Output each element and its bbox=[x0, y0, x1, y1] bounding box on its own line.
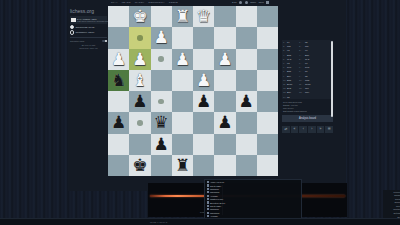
menu-button[interactable]: ☰ bbox=[325, 126, 333, 133]
sidebar: lichess.org 5+0 • Casual • Blitz Last mo… bbox=[70, 8, 107, 49]
menu-item-icon bbox=[207, 205, 209, 207]
chat-line-1: Be nice in chat bbox=[70, 44, 107, 46]
taskbar[interactable]: 00:02.4 / 00:04.1 bbox=[0, 218, 400, 225]
menu-item-icon bbox=[207, 195, 209, 197]
menu-item-icon bbox=[207, 184, 209, 186]
square-r5c1[interactable] bbox=[108, 91, 129, 112]
square-r3c4[interactable]: ♟ bbox=[172, 49, 193, 70]
square-r6c2[interactable] bbox=[129, 112, 150, 133]
first-move-button[interactable]: « bbox=[291, 126, 299, 133]
square-r5c4[interactable] bbox=[172, 91, 193, 112]
menu-item-icon bbox=[207, 191, 209, 193]
move-dest-dot[interactable] bbox=[137, 35, 143, 41]
square-r2c2[interactable] bbox=[129, 27, 150, 48]
black-move[interactable]: g5 bbox=[305, 75, 317, 77]
sidebar-divider bbox=[70, 37, 107, 38]
black-move[interactable]: c6 bbox=[305, 62, 317, 64]
square-r6c5[interactable] bbox=[193, 112, 214, 133]
menu-item-icon bbox=[207, 201, 209, 203]
black-knight[interactable]: ♞ bbox=[111, 70, 126, 91]
black-rook[interactable]: ♜ bbox=[175, 155, 190, 176]
white-pawn[interactable]: ♟ bbox=[175, 49, 190, 70]
square-r3c8[interactable] bbox=[257, 49, 278, 70]
white-king[interactable]: ♚ bbox=[132, 6, 147, 27]
square-r2c4[interactable] bbox=[172, 27, 193, 48]
menu-item-play[interactable]: PLAY bbox=[111, 1, 118, 4]
square-r5c6[interactable] bbox=[214, 91, 235, 112]
rating-badge: 1507 bbox=[259, 1, 264, 4]
black-move[interactable]: Nh4 bbox=[305, 91, 317, 93]
move-dest-dot[interactable] bbox=[137, 120, 143, 126]
square-r5c2[interactable]: ♟ bbox=[129, 91, 150, 112]
black-pawn[interactable]: ♟ bbox=[154, 134, 169, 155]
square-r1c4[interactable]: ♜ bbox=[172, 6, 193, 27]
square-r3c1[interactable]: ♟ bbox=[108, 49, 129, 70]
square-r6c7[interactable] bbox=[236, 112, 257, 133]
logo-tld: .org bbox=[85, 8, 94, 14]
chat-line-2: Good luck, have fun bbox=[70, 47, 107, 49]
square-r1c3[interactable] bbox=[151, 6, 172, 27]
square-r4c8[interactable] bbox=[257, 70, 278, 91]
white-pawn[interactable]: ♟ bbox=[217, 49, 232, 70]
black-pawn[interactable]: ♟ bbox=[239, 91, 254, 112]
menu-item-learn[interactable]: LEARN bbox=[122, 1, 131, 4]
square-r8c5[interactable] bbox=[193, 155, 214, 176]
black-move[interactable]: O-O bbox=[305, 58, 317, 60]
ping-time: 2:17 bbox=[232, 1, 237, 4]
square-r1c1[interactable] bbox=[108, 6, 129, 27]
square-r4c4[interactable] bbox=[172, 70, 193, 91]
square-r8c8[interactable] bbox=[257, 155, 278, 176]
black-move[interactable]: Qf6 bbox=[305, 87, 317, 89]
square-r6c4[interactable] bbox=[172, 112, 193, 133]
white-bishop[interactable]: ♝ bbox=[132, 70, 147, 91]
square-r6c6[interactable]: ♟ bbox=[214, 112, 235, 133]
white-pawn[interactable]: ♟ bbox=[132, 49, 147, 70]
square-r7c3[interactable]: ♟ bbox=[151, 134, 172, 155]
square-r7c7[interactable] bbox=[236, 134, 257, 155]
white-queen[interactable]: ♛ bbox=[196, 6, 211, 27]
desktop: PLAYLEARNWATCHCOMMUNITYTOOLS 2:17 wmur 1… bbox=[0, 0, 400, 225]
square-r7c1[interactable] bbox=[108, 134, 129, 155]
speaker-icon[interactable] bbox=[245, 1, 248, 4]
next-move-button[interactable]: › bbox=[308, 126, 316, 133]
lichess-logo[interactable]: lichess.org bbox=[70, 8, 107, 14]
menu-item-icon bbox=[207, 208, 209, 210]
black-king[interactable]: ♚ bbox=[132, 155, 147, 176]
square-r4c3[interactable] bbox=[151, 70, 172, 91]
move-nav-row: ⇄«‹›»☰ bbox=[282, 126, 333, 133]
white-move[interactable]: Nf3 bbox=[287, 45, 299, 47]
square-r2c6[interactable] bbox=[214, 27, 235, 48]
white-move[interactable]: O-O bbox=[287, 58, 299, 60]
square-r5c7[interactable]: ♟ bbox=[236, 91, 257, 112]
menu-item-icon bbox=[207, 212, 209, 214]
square-r5c3[interactable] bbox=[151, 91, 172, 112]
square-r8c2[interactable]: ♚ bbox=[129, 155, 150, 176]
move-dest-dot[interactable] bbox=[158, 56, 164, 62]
square-r7c5[interactable] bbox=[193, 134, 214, 155]
square-r2c3[interactable]: ♟ bbox=[151, 27, 172, 48]
white-move[interactable]: Bg5 bbox=[287, 70, 299, 72]
game-meta-box: 5+0 • Casual • Blitz Last move played 14… bbox=[70, 16, 107, 24]
black-pawn[interactable]: ♟ bbox=[132, 91, 147, 112]
menu-item-tools[interactable]: TOOLS bbox=[169, 1, 178, 4]
square-r6c1[interactable]: ♟ bbox=[108, 112, 129, 133]
black-move[interactable]: e6 bbox=[305, 49, 317, 51]
black-pawn[interactable]: ♟ bbox=[196, 91, 211, 112]
square-r3c6[interactable]: ♟ bbox=[214, 49, 235, 70]
game-meta-line2: Last move played 14 seconds ago bbox=[77, 20, 109, 22]
square-r5c8[interactable] bbox=[257, 91, 278, 112]
chess-board[interactable]: ♚♜♛♟♟♟♟♟♞♝♟♟♟♟♟♛♟♟♚♜ bbox=[108, 6, 278, 176]
white-move[interactable]: g3 bbox=[287, 96, 299, 98]
white-move[interactable]: Re1 bbox=[287, 66, 299, 68]
black-pawn[interactable]: ♟ bbox=[217, 112, 232, 133]
hamburger-icon[interactable] bbox=[266, 1, 269, 4]
main-menu: PLAYLEARNWATCHCOMMUNITYTOOLS bbox=[111, 1, 178, 4]
square-r6c8[interactable] bbox=[257, 112, 278, 133]
analysis-board-button[interactable]: Analysis board bbox=[282, 115, 333, 122]
square-r1c8[interactable] bbox=[257, 6, 278, 27]
white-move[interactable]: Bg3 bbox=[287, 79, 299, 81]
square-r3c7[interactable] bbox=[236, 49, 257, 70]
move-list-scrollbar[interactable] bbox=[331, 41, 333, 117]
spectator-room-row: Spectator room bbox=[70, 40, 107, 43]
square-r3c5[interactable] bbox=[193, 49, 214, 70]
last-move-button[interactable]: » bbox=[317, 126, 325, 133]
black-move[interactable]: Re8 bbox=[305, 66, 317, 68]
square-r5c5[interactable]: ♟ bbox=[193, 91, 214, 112]
menu-item-community[interactable]: COMMUNITY bbox=[148, 1, 165, 4]
flip-board-button[interactable]: ⇄ bbox=[282, 126, 290, 133]
white-move[interactable]: Bxd6 bbox=[287, 83, 299, 85]
menu-item-icon bbox=[207, 181, 209, 183]
white-move[interactable]: Bh4 bbox=[287, 75, 299, 77]
taskbar-info: 00:02.4 / 00:04.1 bbox=[150, 221, 167, 223]
square-r1c7[interactable] bbox=[236, 6, 257, 27]
white-color-icon bbox=[70, 25, 74, 29]
white-move[interactable]: e3 bbox=[287, 49, 299, 51]
square-r2c8[interactable] bbox=[257, 27, 278, 48]
header-right: 2:17 wmur 1507 bbox=[232, 1, 269, 4]
white-move[interactable]: Be2 bbox=[287, 87, 299, 89]
square-r7c2[interactable] bbox=[129, 134, 150, 155]
menu-item-icon bbox=[207, 188, 209, 190]
square-r1c2[interactable]: ♚ bbox=[129, 6, 150, 27]
move-list[interactable]: 1.d41...d52.Nf32...Nf63.e33...e64.Bd34..… bbox=[282, 40, 333, 99]
white-pawn[interactable]: ♟ bbox=[196, 70, 211, 91]
white-move[interactable]: d4 bbox=[287, 41, 299, 43]
prev-move-button[interactable]: ‹ bbox=[299, 126, 307, 133]
move-row-14[interactable]: 14.g3 bbox=[282, 94, 333, 98]
square-r7c6[interactable] bbox=[214, 134, 235, 155]
square-r1c6[interactable] bbox=[214, 6, 235, 27]
move-dest-dot[interactable] bbox=[158, 99, 164, 105]
toggle-knob bbox=[105, 40, 107, 42]
square-r4c1[interactable]: ♞ bbox=[108, 70, 129, 91]
menu-item-icon bbox=[207, 198, 209, 200]
black-move[interactable]: Nh5 bbox=[305, 79, 317, 81]
black-move[interactable]: Qxd6 bbox=[305, 83, 317, 85]
square-r3c2[interactable]: ♟ bbox=[129, 49, 150, 70]
square-r6c3[interactable]: ♛ bbox=[151, 112, 172, 133]
spectator-room-label: Spectator room bbox=[70, 40, 84, 42]
square-r8c4[interactable]: ♜ bbox=[172, 155, 193, 176]
square-r2c7[interactable] bbox=[236, 27, 257, 48]
white-pawn[interactable]: ♟ bbox=[111, 49, 126, 70]
square-r2c1[interactable] bbox=[108, 27, 129, 48]
black-queen[interactable]: ♛ bbox=[154, 112, 169, 133]
bell-icon[interactable] bbox=[239, 1, 242, 4]
square-r7c8[interactable] bbox=[257, 134, 278, 155]
black-move[interactable]: d5 bbox=[305, 41, 317, 43]
white-move[interactable]: c3 bbox=[287, 62, 299, 64]
white-move[interactable]: Bd3 bbox=[287, 54, 299, 56]
white-move[interactable]: Bg4 bbox=[287, 91, 299, 93]
black-move[interactable]: h6 bbox=[305, 70, 317, 72]
square-r4c2[interactable]: ♝ bbox=[129, 70, 150, 91]
square-r2c5[interactable] bbox=[193, 27, 214, 48]
spectator-chat-line-4: that knight looks trapped bbox=[283, 110, 332, 113]
square-r4c6[interactable] bbox=[214, 70, 235, 91]
square-r8c3[interactable] bbox=[151, 155, 172, 176]
black-player[interactable]: chessfan99 (1598) bbox=[70, 30, 107, 34]
black-color-icon bbox=[70, 30, 74, 34]
square-r3c3[interactable] bbox=[151, 49, 172, 70]
menu-item-icon bbox=[207, 215, 209, 217]
logo-text: lichess bbox=[70, 8, 85, 14]
square-r8c6[interactable] bbox=[214, 155, 235, 176]
white-player[interactable]: TomJerry52 (1642) bbox=[70, 25, 107, 29]
speed-icon bbox=[71, 18, 76, 23]
black-move[interactable]: Bd6 bbox=[305, 54, 317, 56]
black-pawn[interactable]: ♟ bbox=[111, 112, 126, 133]
chat-toggle[interactable] bbox=[102, 40, 107, 43]
move-panel: 1.d41...d52.Nf32...Nf63.e33...e64.Bd34..… bbox=[282, 40, 333, 133]
white-rook[interactable]: ♜ bbox=[175, 6, 190, 27]
square-r4c7[interactable] bbox=[236, 70, 257, 91]
square-r1c5[interactable]: ♛ bbox=[193, 6, 214, 27]
menu-item-watch[interactable]: WATCH bbox=[135, 1, 145, 4]
square-r4c5[interactable]: ♟ bbox=[193, 70, 214, 91]
square-r8c7[interactable] bbox=[236, 155, 257, 176]
chat-messages: hello and good luckthanks, you toonice m… bbox=[282, 100, 333, 113]
white-pawn[interactable]: ♟ bbox=[154, 27, 169, 48]
black-move[interactable]: Nf6 bbox=[305, 45, 317, 47]
square-r8c1[interactable] bbox=[108, 155, 129, 176]
username[interactable]: wmur bbox=[250, 1, 256, 4]
square-r7c4[interactable] bbox=[172, 134, 193, 155]
